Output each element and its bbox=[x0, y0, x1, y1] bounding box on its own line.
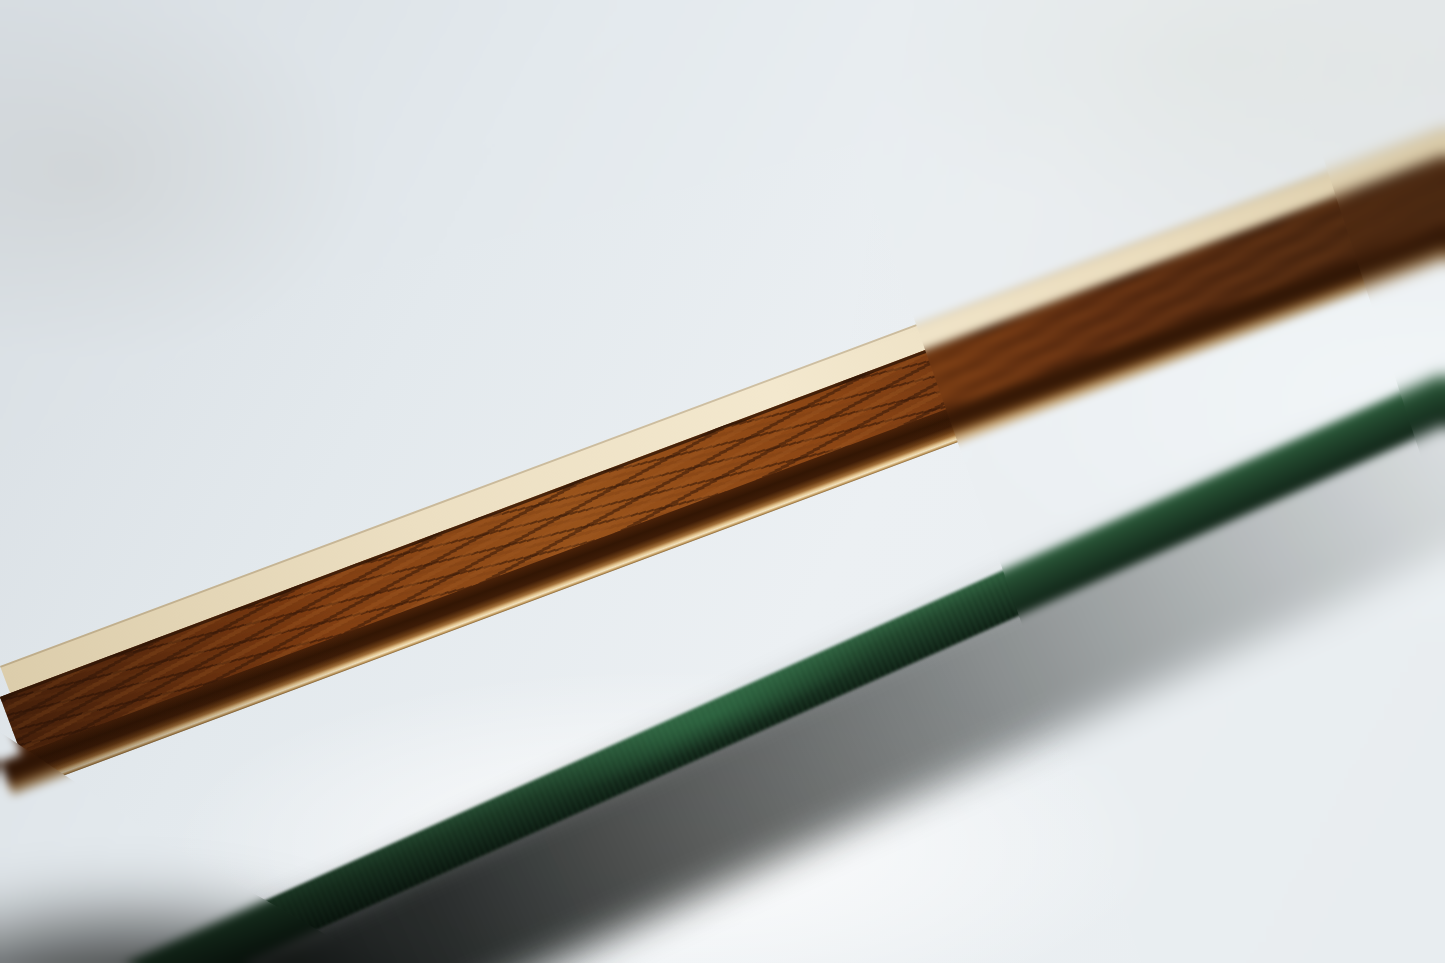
chessboard-photo-scene bbox=[0, 0, 1445, 963]
